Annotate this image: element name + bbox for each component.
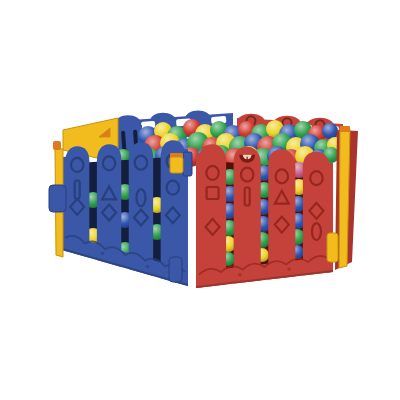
hinge-fitting [53, 141, 61, 150]
hinge-fitting [169, 257, 182, 282]
hinge-fitting [183, 152, 192, 176]
ball-blue [322, 123, 338, 139]
hinge-fitting [49, 185, 66, 212]
product-photo [0, 0, 400, 400]
ball-pit-illustration [0, 0, 400, 400]
panel-front-right [196, 144, 333, 288]
hinge-fitting [340, 126, 350, 132]
hinge-fitting [327, 233, 338, 262]
hinge-fitting [170, 157, 183, 173]
